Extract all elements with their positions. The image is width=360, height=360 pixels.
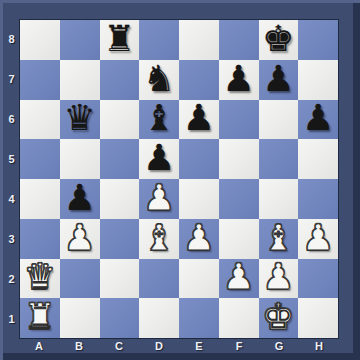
square-g2[interactable]: ♟ xyxy=(259,259,299,299)
square-b3[interactable]: ♟ xyxy=(60,219,100,259)
square-a6[interactable] xyxy=(20,100,60,140)
chess-board-frame: 87654321 ♜♚♞♟♟♛♝♟♟♟♟♟♟♝♟♝♟♛♟♟♜♚ ABCDEFGH xyxy=(0,0,360,360)
square-g4[interactable] xyxy=(259,179,299,219)
file-label-e: E xyxy=(179,339,219,354)
square-f2[interactable]: ♟ xyxy=(219,259,259,299)
square-g5[interactable] xyxy=(259,139,299,179)
chess-board: ♜♚♞♟♟♛♝♟♟♟♟♟♟♝♟♝♟♛♟♟♜♚ xyxy=(19,19,339,339)
square-d3[interactable]: ♝ xyxy=(139,219,179,259)
rank-label-6: 6 xyxy=(0,99,19,139)
square-b2[interactable] xyxy=(60,259,100,299)
square-c6[interactable] xyxy=(100,100,140,140)
square-e4[interactable] xyxy=(179,179,219,219)
piece-white-bishop[interactable]: ♝ xyxy=(262,220,294,256)
square-f3[interactable] xyxy=(219,219,259,259)
square-e5[interactable] xyxy=(179,139,219,179)
square-a7[interactable] xyxy=(20,60,60,100)
square-b5[interactable] xyxy=(60,139,100,179)
rank-label-2: 2 xyxy=(0,259,19,299)
piece-white-pawn[interactable]: ♟ xyxy=(183,220,215,256)
square-c8[interactable]: ♜ xyxy=(100,20,140,60)
square-h2[interactable] xyxy=(298,259,338,299)
square-h8[interactable] xyxy=(298,20,338,60)
square-g8[interactable]: ♚ xyxy=(259,20,299,60)
square-d5[interactable]: ♟ xyxy=(139,139,179,179)
rank-label-5: 5 xyxy=(0,139,19,179)
square-f6[interactable] xyxy=(219,100,259,140)
piece-black-rook[interactable]: ♜ xyxy=(103,21,135,57)
square-c7[interactable] xyxy=(100,60,140,100)
square-a2[interactable]: ♛ xyxy=(20,259,60,299)
piece-white-pawn[interactable]: ♟ xyxy=(143,180,175,216)
square-d1[interactable] xyxy=(139,298,179,338)
piece-black-pawn[interactable]: ♟ xyxy=(302,100,334,136)
square-e1[interactable] xyxy=(179,298,219,338)
square-h7[interactable] xyxy=(298,60,338,100)
square-a1[interactable]: ♜ xyxy=(20,298,60,338)
square-h3[interactable]: ♟ xyxy=(298,219,338,259)
square-g3[interactable]: ♝ xyxy=(259,219,299,259)
square-h5[interactable] xyxy=(298,139,338,179)
piece-white-king[interactable]: ♚ xyxy=(262,299,294,335)
file-label-g: G xyxy=(259,339,299,354)
square-a5[interactable] xyxy=(20,139,60,179)
square-d4[interactable]: ♟ xyxy=(139,179,179,219)
piece-black-pawn[interactable]: ♟ xyxy=(222,61,254,97)
square-d7[interactable]: ♞ xyxy=(139,60,179,100)
square-b4[interactable]: ♟ xyxy=(60,179,100,219)
piece-black-pawn[interactable]: ♟ xyxy=(262,61,294,97)
square-c5[interactable] xyxy=(100,139,140,179)
file-label-h: H xyxy=(299,339,339,354)
square-h4[interactable] xyxy=(298,179,338,219)
rank-label-4: 4 xyxy=(0,179,19,219)
square-c4[interactable] xyxy=(100,179,140,219)
square-d6[interactable]: ♝ xyxy=(139,100,179,140)
square-f4[interactable] xyxy=(219,179,259,219)
square-c3[interactable] xyxy=(100,219,140,259)
square-b7[interactable] xyxy=(60,60,100,100)
piece-black-king[interactable]: ♚ xyxy=(262,21,294,57)
square-h1[interactable] xyxy=(298,298,338,338)
square-h6[interactable]: ♟ xyxy=(298,100,338,140)
square-e7[interactable] xyxy=(179,60,219,100)
piece-white-queen[interactable]: ♛ xyxy=(24,259,56,295)
square-e3[interactable]: ♟ xyxy=(179,219,219,259)
file-label-b: B xyxy=(59,339,99,354)
square-f8[interactable] xyxy=(219,20,259,60)
file-label-c: C xyxy=(99,339,139,354)
piece-black-knight[interactable]: ♞ xyxy=(143,61,175,97)
square-b8[interactable] xyxy=(60,20,100,60)
square-g6[interactable] xyxy=(259,100,299,140)
square-a4[interactable] xyxy=(20,179,60,219)
rank-label-7: 7 xyxy=(0,59,19,99)
square-a8[interactable] xyxy=(20,20,60,60)
square-e2[interactable] xyxy=(179,259,219,299)
piece-black-queen[interactable]: ♛ xyxy=(63,100,95,136)
piece-white-pawn[interactable]: ♟ xyxy=(262,259,294,295)
file-label-d: D xyxy=(139,339,179,354)
square-f7[interactable]: ♟ xyxy=(219,60,259,100)
piece-white-rook[interactable]: ♜ xyxy=(24,299,56,335)
piece-white-pawn[interactable]: ♟ xyxy=(222,259,254,295)
square-b6[interactable]: ♛ xyxy=(60,100,100,140)
square-c1[interactable] xyxy=(100,298,140,338)
piece-black-bishop[interactable]: ♝ xyxy=(143,100,175,136)
rank-labels: 87654321 xyxy=(0,19,19,339)
piece-black-pawn[interactable]: ♟ xyxy=(183,100,215,136)
square-c2[interactable] xyxy=(100,259,140,299)
square-g7[interactable]: ♟ xyxy=(259,60,299,100)
square-g1[interactable]: ♚ xyxy=(259,298,299,338)
piece-white-pawn[interactable]: ♟ xyxy=(302,220,334,256)
square-d2[interactable] xyxy=(139,259,179,299)
rank-label-8: 8 xyxy=(0,19,19,59)
rank-label-1: 1 xyxy=(0,299,19,339)
rank-label-3: 3 xyxy=(0,219,19,259)
piece-white-bishop[interactable]: ♝ xyxy=(143,220,175,256)
piece-white-pawn[interactable]: ♟ xyxy=(63,220,95,256)
piece-black-pawn[interactable]: ♟ xyxy=(63,180,95,216)
square-f1[interactable] xyxy=(219,298,259,338)
square-f5[interactable] xyxy=(219,139,259,179)
square-b1[interactable] xyxy=(60,298,100,338)
square-e6[interactable]: ♟ xyxy=(179,100,219,140)
piece-black-pawn[interactable]: ♟ xyxy=(143,140,175,176)
file-label-a: A xyxy=(19,339,59,354)
square-d8[interactable] xyxy=(139,20,179,60)
file-label-f: F xyxy=(219,339,259,354)
square-a3[interactable] xyxy=(20,219,60,259)
file-labels: ABCDEFGH xyxy=(19,339,339,354)
square-e8[interactable] xyxy=(179,20,219,60)
